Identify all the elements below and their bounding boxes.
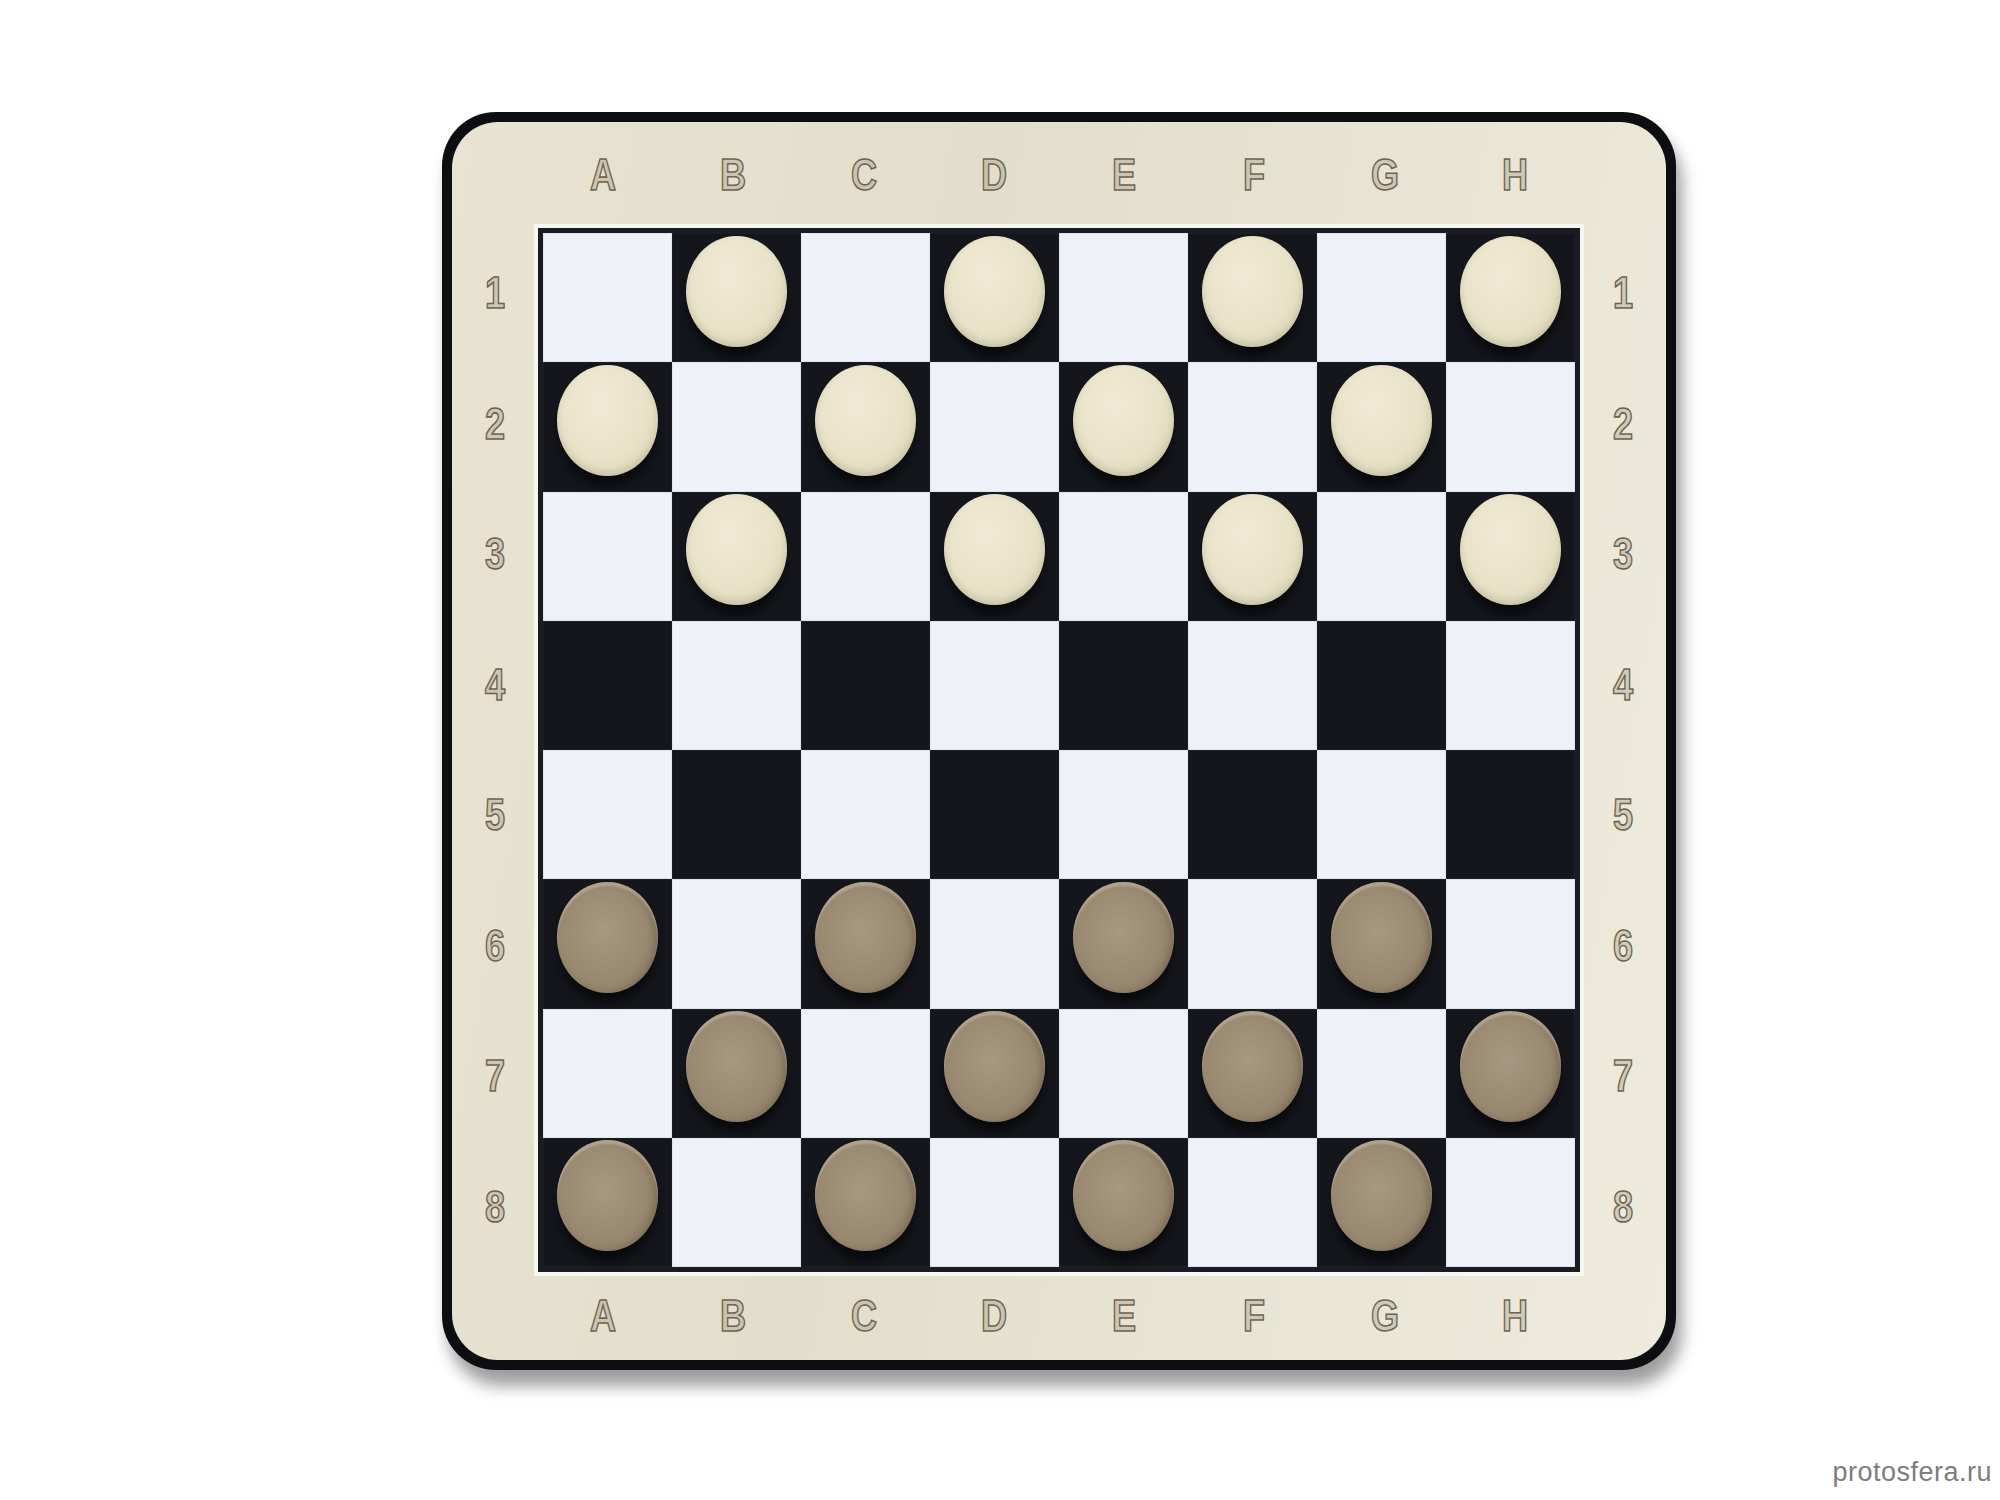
file-label-d: D [940, 1272, 1047, 1360]
square-h7[interactable] [1446, 1009, 1575, 1138]
square-c6[interactable] [801, 879, 930, 1008]
square-d2[interactable] [930, 362, 1059, 491]
rank-label-4: 4 [1588, 620, 1659, 751]
square-g6[interactable] [1317, 879, 1446, 1008]
file-labels-top: ABCDEFGH [538, 122, 1580, 228]
square-g4[interactable] [1317, 621, 1446, 750]
square-a3[interactable] [543, 492, 672, 621]
piece-tan-man[interactable] [1202, 1011, 1303, 1122]
rank-label-8: 8 [1588, 1142, 1659, 1273]
file-label-g: G [1331, 122, 1438, 228]
rank-label-2: 2 [1588, 359, 1659, 490]
rank-label-1: 1 [1588, 228, 1659, 359]
square-e8[interactable] [1059, 1138, 1188, 1267]
piece-cream-man[interactable] [557, 365, 658, 476]
square-g1[interactable] [1317, 233, 1446, 362]
square-c2[interactable] [801, 362, 930, 491]
square-c8[interactable] [801, 1138, 930, 1267]
square-a5[interactable] [543, 750, 672, 879]
square-f3[interactable] [1188, 492, 1317, 621]
piece-tan-man[interactable] [557, 1140, 658, 1251]
square-g8[interactable] [1317, 1138, 1446, 1267]
piece-tan-man[interactable] [1331, 1140, 1432, 1251]
piece-tan-man[interactable] [1073, 882, 1174, 993]
square-h6[interactable] [1446, 879, 1575, 1008]
square-f4[interactable] [1188, 621, 1317, 750]
square-b3[interactable] [672, 492, 801, 621]
square-d6[interactable] [930, 879, 1059, 1008]
file-labels-bottom: ABCDEFGH [538, 1272, 1580, 1360]
square-d5[interactable] [930, 750, 1059, 879]
square-d8[interactable] [930, 1138, 1059, 1267]
file-label-c: C [810, 1272, 917, 1360]
piece-cream-man[interactable] [1331, 365, 1432, 476]
rank-labels-right: 12345678 [1580, 228, 1666, 1272]
square-c4[interactable] [801, 621, 930, 750]
square-e7[interactable] [1059, 1009, 1188, 1138]
watermark: protosfera.ru [1832, 1457, 1992, 1488]
piece-cream-man[interactable] [1202, 236, 1303, 347]
rank-label-7: 7 [1588, 1011, 1659, 1142]
square-c5[interactable] [801, 750, 930, 879]
square-f1[interactable] [1188, 233, 1317, 362]
square-h8[interactable] [1446, 1138, 1575, 1267]
piece-cream-man[interactable] [944, 236, 1045, 347]
file-label-f: F [1201, 1272, 1308, 1360]
rank-label-3: 3 [1588, 489, 1659, 620]
rank-label-6: 6 [1588, 881, 1659, 1012]
square-e3[interactable] [1059, 492, 1188, 621]
square-c3[interactable] [801, 492, 930, 621]
file-label-h: H [1461, 122, 1568, 228]
file-label-d: D [940, 122, 1047, 228]
rank-label-7: 7 [460, 1011, 531, 1142]
file-label-b: B [680, 1272, 787, 1360]
piece-tan-man[interactable] [944, 1011, 1045, 1122]
piece-cream-man[interactable] [944, 494, 1045, 605]
file-label-b: B [680, 122, 787, 228]
rank-label-5: 5 [460, 750, 531, 881]
square-a6[interactable] [543, 879, 672, 1008]
piece-cream-man[interactable] [686, 494, 787, 605]
piece-cream-man[interactable] [1460, 236, 1561, 347]
file-label-f: F [1201, 122, 1308, 228]
file-label-e: E [1071, 122, 1178, 228]
piece-cream-man[interactable] [1073, 365, 1174, 476]
rank-label-6: 6 [460, 881, 531, 1012]
piece-tan-man[interactable] [815, 1140, 916, 1251]
square-h2[interactable] [1446, 362, 1575, 491]
square-g2[interactable] [1317, 362, 1446, 491]
square-f6[interactable] [1188, 879, 1317, 1008]
rank-label-5: 5 [1588, 750, 1659, 881]
square-a7[interactable] [543, 1009, 672, 1138]
square-b2[interactable] [672, 362, 801, 491]
square-d3[interactable] [930, 492, 1059, 621]
piece-cream-man[interactable] [686, 236, 787, 347]
square-f5[interactable] [1188, 750, 1317, 879]
square-b7[interactable] [672, 1009, 801, 1138]
square-b6[interactable] [672, 879, 801, 1008]
rank-labels-left: 12345678 [452, 228, 538, 1272]
square-f8[interactable] [1188, 1138, 1317, 1267]
square-c1[interactable] [801, 233, 930, 362]
rank-label-4: 4 [460, 620, 531, 751]
piece-tan-man[interactable] [1073, 1140, 1174, 1251]
square-f7[interactable] [1188, 1009, 1317, 1138]
piece-cream-man[interactable] [1202, 494, 1303, 605]
piece-cream-man[interactable] [1460, 494, 1561, 605]
square-e1[interactable] [1059, 233, 1188, 362]
square-f2[interactable] [1188, 362, 1317, 491]
piece-cream-man[interactable] [815, 365, 916, 476]
wooden-frame: ABCDEFGH 12345678 12345678 ABCDEFGH [452, 122, 1666, 1360]
square-a2[interactable] [543, 362, 672, 491]
file-label-c: C [810, 122, 917, 228]
square-e5[interactable] [1059, 750, 1188, 879]
square-d4[interactable] [930, 621, 1059, 750]
square-b8[interactable] [672, 1138, 801, 1267]
playing-field [538, 228, 1580, 1272]
square-d7[interactable] [930, 1009, 1059, 1138]
square-g5[interactable] [1317, 750, 1446, 879]
square-h5[interactable] [1446, 750, 1575, 879]
piece-tan-man[interactable] [557, 882, 658, 993]
square-e6[interactable] [1059, 879, 1188, 1008]
file-label-a: A [550, 122, 657, 228]
square-e2[interactable] [1059, 362, 1188, 491]
piece-tan-man[interactable] [1331, 882, 1432, 993]
rank-label-2: 2 [460, 359, 531, 490]
square-d1[interactable] [930, 233, 1059, 362]
square-g7[interactable] [1317, 1009, 1446, 1138]
square-h1[interactable] [1446, 233, 1575, 362]
square-a4[interactable] [543, 621, 672, 750]
square-h3[interactable] [1446, 492, 1575, 621]
piece-tan-man[interactable] [1460, 1011, 1561, 1122]
file-label-h: H [1461, 1272, 1568, 1360]
square-c7[interactable] [801, 1009, 930, 1138]
square-h4[interactable] [1446, 621, 1575, 750]
checkers-board: ABCDEFGH 12345678 12345678 ABCDEFGH [442, 112, 1676, 1370]
piece-tan-man[interactable] [686, 1011, 787, 1122]
square-g3[interactable] [1317, 492, 1446, 621]
square-b4[interactable] [672, 621, 801, 750]
square-b1[interactable] [672, 233, 801, 362]
square-b5[interactable] [672, 750, 801, 879]
rank-label-8: 8 [460, 1142, 531, 1273]
file-label-g: G [1331, 1272, 1438, 1360]
rank-label-1: 1 [460, 228, 531, 359]
piece-tan-man[interactable] [815, 882, 916, 993]
file-label-a: A [550, 1272, 657, 1360]
file-label-e: E [1071, 1272, 1178, 1360]
rank-label-3: 3 [460, 489, 531, 620]
square-a8[interactable] [543, 1138, 672, 1267]
square-a1[interactable] [543, 233, 672, 362]
square-e4[interactable] [1059, 621, 1188, 750]
